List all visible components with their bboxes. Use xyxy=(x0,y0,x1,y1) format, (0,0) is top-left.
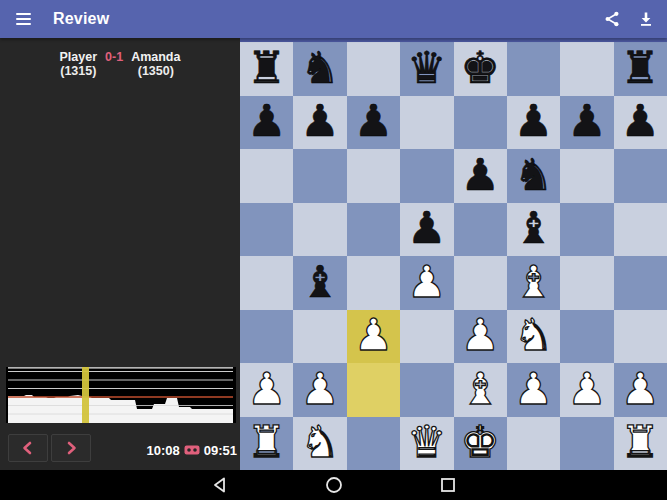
evaluation-graph[interactable] xyxy=(6,367,236,423)
square-f6[interactable]: ♞ xyxy=(507,149,560,203)
piece-black-pawn: ♟ xyxy=(247,99,286,143)
square-f1[interactable] xyxy=(507,417,560,471)
piece-white-pawn: ♟ xyxy=(407,260,446,304)
piece-black-pawn: ♟ xyxy=(567,99,606,143)
piece-white-pawn: ♟ xyxy=(247,367,286,411)
square-d8[interactable]: ♛ xyxy=(400,42,453,96)
square-f3[interactable]: ♞ xyxy=(507,310,560,364)
square-g2[interactable]: ♟ xyxy=(560,363,613,417)
square-g1[interactable] xyxy=(560,417,613,471)
piece-black-bishop: ♝ xyxy=(300,260,339,304)
piece-white-pawn: ♟ xyxy=(621,367,660,411)
piece-black-bishop: ♝ xyxy=(514,206,553,250)
piece-black-pawn: ♟ xyxy=(514,99,553,143)
square-a4[interactable] xyxy=(240,256,293,310)
square-f7[interactable]: ♟ xyxy=(507,96,560,150)
piece-black-king: ♚ xyxy=(460,46,499,90)
android-back-button[interactable] xyxy=(208,473,232,497)
android-home-button[interactable] xyxy=(322,473,346,497)
square-b8[interactable]: ♞ xyxy=(293,42,346,96)
white-player-clock: 10:08 xyxy=(147,443,180,458)
piece-black-queen: ♛ xyxy=(407,46,446,90)
square-a8[interactable]: ♜ xyxy=(240,42,293,96)
piece-black-rook: ♜ xyxy=(621,46,660,90)
home-icon xyxy=(325,476,343,494)
black-player: Amanda (1350) xyxy=(131,50,180,78)
square-h4[interactable] xyxy=(614,256,667,310)
square-e6[interactable]: ♟ xyxy=(454,149,507,203)
square-d4[interactable]: ♟ xyxy=(400,256,453,310)
square-c8[interactable] xyxy=(347,42,400,96)
square-h6[interactable] xyxy=(614,149,667,203)
download-icon xyxy=(637,10,655,28)
clocks-icon xyxy=(184,444,200,456)
white-player-name: Player xyxy=(60,50,98,64)
square-e1[interactable]: ♚ xyxy=(454,417,507,471)
download-button[interactable] xyxy=(629,0,663,38)
square-g8[interactable] xyxy=(560,42,613,96)
next-move-button[interactable] xyxy=(51,434,91,462)
square-g7[interactable]: ♟ xyxy=(560,96,613,150)
square-b5[interactable] xyxy=(293,203,346,257)
square-b2[interactable]: ♟ xyxy=(293,363,346,417)
piece-black-pawn: ♟ xyxy=(300,99,339,143)
square-c5[interactable] xyxy=(347,203,400,257)
piece-white-pawn: ♟ xyxy=(567,367,606,411)
square-h3[interactable] xyxy=(614,310,667,364)
piece-black-knight: ♞ xyxy=(514,153,553,197)
app-bar: Review xyxy=(0,0,667,38)
piece-white-pawn: ♟ xyxy=(514,367,553,411)
square-h1[interactable]: ♜ xyxy=(614,417,667,471)
recents-icon xyxy=(440,477,456,493)
square-f8[interactable] xyxy=(507,42,560,96)
android-recents-button[interactable] xyxy=(436,473,460,497)
square-b1[interactable]: ♞ xyxy=(293,417,346,471)
chevron-right-icon xyxy=(62,439,80,457)
square-a2[interactable]: ♟ xyxy=(240,363,293,417)
piece-white-bishop: ♝ xyxy=(514,260,553,304)
hamburger-icon xyxy=(16,13,31,15)
square-h8[interactable]: ♜ xyxy=(614,42,667,96)
back-icon xyxy=(212,476,228,494)
square-e3[interactable]: ♟ xyxy=(454,310,507,364)
square-f5[interactable]: ♝ xyxy=(507,203,560,257)
piece-black-pawn: ♟ xyxy=(354,99,393,143)
share-button[interactable] xyxy=(595,0,629,38)
app-window: Review Player (1315) 0-1 xyxy=(0,0,667,500)
square-e7[interactable] xyxy=(454,96,507,150)
square-c2[interactable] xyxy=(347,363,400,417)
square-g6[interactable] xyxy=(560,149,613,203)
square-a3[interactable] xyxy=(240,310,293,364)
black-player-rating: (1350) xyxy=(138,64,174,78)
piece-black-pawn: ♟ xyxy=(621,99,660,143)
chevron-left-icon xyxy=(19,439,37,457)
square-a6[interactable] xyxy=(240,149,293,203)
hamburger-menu-button[interactable] xyxy=(0,0,46,38)
square-d5[interactable]: ♟ xyxy=(400,203,453,257)
piece-white-knight: ♞ xyxy=(300,420,339,464)
piece-white-pawn: ♟ xyxy=(300,367,339,411)
square-c1[interactable] xyxy=(347,417,400,471)
square-g3[interactable] xyxy=(560,310,613,364)
square-e2[interactable]: ♝ xyxy=(454,363,507,417)
piece-white-queen: ♛ xyxy=(407,420,446,464)
piece-white-pawn: ♟ xyxy=(354,313,393,357)
android-navigation-bar xyxy=(0,470,667,500)
square-a7[interactable]: ♟ xyxy=(240,96,293,150)
square-a5[interactable] xyxy=(240,203,293,257)
square-f2[interactable]: ♟ xyxy=(507,363,560,417)
white-player-rating: (1315) xyxy=(60,64,96,78)
square-b4[interactable]: ♝ xyxy=(293,256,346,310)
share-icon xyxy=(603,10,621,28)
piece-white-rook: ♜ xyxy=(621,420,660,464)
square-e4[interactable] xyxy=(454,256,507,310)
piece-black-knight: ♞ xyxy=(300,46,339,90)
square-e5[interactable] xyxy=(454,203,507,257)
square-c4[interactable] xyxy=(347,256,400,310)
piece-black-pawn: ♟ xyxy=(407,206,446,250)
clocks-row: 10:08 09:51 xyxy=(147,440,238,460)
square-g4[interactable] xyxy=(560,256,613,310)
piece-black-pawn: ♟ xyxy=(460,153,499,197)
square-a1[interactable]: ♜ xyxy=(240,417,293,471)
piece-white-bishop: ♝ xyxy=(460,367,499,411)
square-d1[interactable]: ♛ xyxy=(400,417,453,471)
square-b7[interactable]: ♟ xyxy=(293,96,346,150)
piece-white-pawn: ♟ xyxy=(460,313,499,357)
piece-white-rook: ♜ xyxy=(247,420,286,464)
square-h7[interactable]: ♟ xyxy=(614,96,667,150)
previous-move-button[interactable] xyxy=(8,434,48,462)
square-h5[interactable] xyxy=(614,203,667,257)
square-g5[interactable] xyxy=(560,203,613,257)
square-d6[interactable] xyxy=(400,149,453,203)
square-c7[interactable]: ♟ xyxy=(347,96,400,150)
eval-cursor[interactable] xyxy=(82,367,89,423)
square-d2[interactable] xyxy=(400,363,453,417)
square-e8[interactable]: ♚ xyxy=(454,42,507,96)
black-player-name: Amanda xyxy=(131,50,180,64)
move-navigation xyxy=(8,434,91,462)
square-f4[interactable]: ♝ xyxy=(507,256,560,310)
square-b6[interactable] xyxy=(293,149,346,203)
piece-white-knight: ♞ xyxy=(514,313,553,357)
square-h2[interactable]: ♟ xyxy=(614,363,667,417)
players-row: Player (1315) 0-1 Amanda (1350) xyxy=(0,50,240,78)
board-area: ♜♞♛♚♜♟♟♟♟♟♟♟♞♟♝♝♟♝♟♟♞♟♟♝♟♟♟♜♞♛♚♜ xyxy=(240,38,667,470)
piece-white-king: ♚ xyxy=(460,420,499,464)
square-d3[interactable] xyxy=(400,310,453,364)
piece-black-rook: ♜ xyxy=(247,46,286,90)
square-d7[interactable] xyxy=(400,96,453,150)
square-c6[interactable] xyxy=(347,149,400,203)
review-panel: Player (1315) 0-1 Amanda (1350) xyxy=(0,38,240,470)
game-result: 0-1 xyxy=(105,50,123,64)
chess-board: ♜♞♛♚♜♟♟♟♟♟♟♟♞♟♝♝♟♝♟♟♞♟♟♝♟♟♟♜♞♛♚♜ xyxy=(240,42,667,470)
page-title: Review xyxy=(53,10,109,28)
black-player-clock: 09:51 xyxy=(204,443,237,458)
square-c3[interactable]: ♟ xyxy=(347,310,400,364)
square-b3[interactable] xyxy=(293,310,346,364)
white-player: Player (1315) xyxy=(60,50,98,78)
